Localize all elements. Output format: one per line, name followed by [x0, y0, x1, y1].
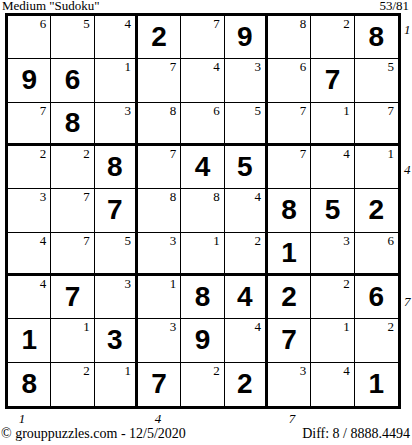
corner-digit: 3	[254, 60, 261, 74]
corner-digit: 2	[83, 364, 90, 378]
cell-r6c3[interactable]: 5	[95, 233, 138, 276]
cell-r7c4[interactable]: 1	[138, 276, 181, 319]
cell-r8c4[interactable]: 3	[138, 319, 181, 362]
cell-r7c7[interactable]: 2	[268, 276, 311, 319]
corner-digit: 2	[254, 234, 261, 248]
cell-r6c4[interactable]: 3	[138, 233, 181, 276]
big-digit: 7	[65, 283, 81, 311]
cell-r7c5[interactable]: 8	[181, 276, 224, 319]
corner-digit: 8	[300, 17, 307, 31]
corner-digit: 8	[170, 104, 177, 118]
cell-r1c7[interactable]: 8	[268, 16, 311, 59]
cell-r5c8[interactable]: 5	[311, 189, 354, 232]
cell-r4c8[interactable]: 4	[311, 146, 354, 189]
cell-r5c7[interactable]: 8	[268, 189, 311, 232]
cell-r1c1[interactable]: 6	[8, 16, 51, 59]
cell-r9c1[interactable]: 8	[8, 363, 51, 406]
cell-r7c3[interactable]: 3	[95, 276, 138, 319]
col-label-1: 1	[16, 411, 28, 427]
cell-r4c7[interactable]: 7	[268, 146, 311, 189]
cell-r2c1[interactable]: 9	[8, 59, 51, 102]
corner-digit: 1	[124, 364, 131, 378]
cell-r7c1[interactable]: 4	[8, 276, 51, 319]
big-digit: 8	[281, 196, 297, 224]
corner-digit: 4	[254, 320, 261, 334]
big-digit: 8	[195, 283, 211, 311]
corner-digit: 7	[300, 104, 307, 118]
big-digit: 6	[369, 283, 385, 311]
cell-r2c2[interactable]: 6	[51, 59, 94, 102]
big-digit: 4	[237, 283, 253, 311]
cell-r7c2[interactable]: 7	[51, 276, 94, 319]
cell-r2c6[interactable]: 3	[225, 59, 268, 102]
corner-digit: 7	[170, 147, 177, 161]
cell-r2c9[interactable]: 5	[355, 59, 398, 102]
cell-r1c3[interactable]: 4	[95, 16, 138, 59]
corner-digit: 2	[40, 147, 47, 161]
corner-digit: 4	[343, 147, 350, 161]
cell-r1c5[interactable]: 7	[181, 16, 224, 59]
col-label-4: 4	[152, 411, 164, 427]
cell-r5c9[interactable]: 2	[355, 189, 398, 232]
big-digit: 7	[281, 326, 297, 354]
corner-digit: 3	[124, 104, 131, 118]
corner-digit: 2	[343, 277, 350, 291]
corner-digit: 2	[213, 364, 220, 378]
cell-r3c9[interactable]: 7	[355, 103, 398, 146]
corner-digit: 5	[254, 104, 261, 118]
cell-r6c2[interactable]: 7	[51, 233, 94, 276]
cell-r2c7[interactable]: 6	[268, 59, 311, 102]
cell-r5c6[interactable]: 4	[225, 189, 268, 232]
cell-r4c1[interactable]: 2	[8, 146, 51, 189]
progress-counter: 53/81	[379, 0, 409, 14]
cell-r8c1[interactable]: 1	[8, 319, 51, 362]
cell-r8c7[interactable]: 7	[268, 319, 311, 362]
cell-r3c1[interactable]: 7	[8, 103, 51, 146]
big-digit: 1	[21, 326, 37, 354]
corner-digit: 4	[40, 234, 47, 248]
corner-digit: 3	[170, 320, 177, 334]
cell-r1c2[interactable]: 5	[51, 16, 94, 59]
big-digit: 7	[107, 196, 123, 224]
corner-digit: 7	[300, 147, 307, 161]
corner-digit: 5	[124, 234, 131, 248]
row-label-1: 1	[404, 22, 412, 38]
corner-digit: 3	[124, 277, 131, 291]
cell-r1c9[interactable]: 8	[355, 16, 398, 59]
row-label-4: 4	[404, 162, 412, 178]
cell-r4c5[interactable]: 4	[181, 146, 224, 189]
corner-digit: 7	[170, 60, 177, 74]
corner-digit: 1	[213, 234, 220, 248]
cell-r3c2[interactable]: 8	[51, 103, 94, 146]
cell-r7c9[interactable]: 6	[355, 276, 398, 319]
cell-r2c8[interactable]: 7	[311, 59, 354, 102]
big-digit: 7	[325, 66, 341, 94]
big-digit: 8	[65, 109, 81, 137]
cell-r5c4[interactable]: 8	[138, 189, 181, 232]
cell-r5c1[interactable]: 3	[8, 189, 51, 232]
cell-r5c5[interactable]: 8	[181, 189, 224, 232]
big-digit: 6	[65, 66, 81, 94]
cell-r3c6[interactable]: 5	[225, 103, 268, 146]
big-digit: 2	[369, 196, 385, 224]
cell-r3c5[interactable]: 6	[181, 103, 224, 146]
cell-r8c9[interactable]: 2	[355, 319, 398, 362]
cell-r9c3[interactable]: 1	[95, 363, 138, 406]
big-digit: 1	[369, 370, 385, 398]
cell-r9c7[interactable]: 3	[268, 363, 311, 406]
cell-r8c6[interactable]: 4	[225, 319, 268, 362]
corner-digit: 7	[83, 234, 90, 248]
cell-r6c5[interactable]: 1	[181, 233, 224, 276]
corner-digit: 8	[213, 190, 220, 204]
corner-digit: 4	[213, 60, 220, 74]
corner-digit: 2	[83, 147, 90, 161]
corner-digit: 8	[170, 190, 177, 204]
big-digit: 9	[21, 66, 37, 94]
corner-digit: 1	[343, 320, 350, 334]
big-digit: 9	[237, 23, 253, 51]
cell-r1c4[interactable]: 2	[138, 16, 181, 59]
corner-digit: 7	[213, 17, 220, 31]
big-digit: 1	[281, 239, 297, 267]
corner-digit: 6	[300, 60, 307, 74]
corner-digit: 5	[387, 60, 394, 74]
corner-digit: 1	[83, 320, 90, 334]
corner-digit: 2	[343, 17, 350, 31]
corner-digit: 4	[343, 364, 350, 378]
big-digit: 8	[21, 370, 37, 398]
copyright-text: © grouppuzzles.com - 12/5/2020	[1, 426, 186, 442]
cell-r9c5[interactable]: 2	[181, 363, 224, 406]
big-digit: 7	[151, 370, 167, 398]
big-digit: 2	[151, 23, 167, 51]
big-digit: 5	[237, 153, 253, 181]
cell-r9c2[interactable]: 2	[51, 363, 94, 406]
cell-r4c6[interactable]: 5	[225, 146, 268, 189]
cell-r2c4[interactable]: 7	[138, 59, 181, 102]
corner-digit: 4	[40, 277, 47, 291]
cell-r1c8[interactable]: 2	[311, 16, 354, 59]
corner-digit: 3	[300, 364, 307, 378]
corner-digit: 6	[213, 104, 220, 118]
big-digit: 3	[107, 326, 123, 354]
cell-r8c2[interactable]: 1	[51, 319, 94, 362]
big-digit: 9	[195, 326, 211, 354]
big-digit: 8	[369, 23, 385, 51]
cell-r7c8[interactable]: 2	[311, 276, 354, 319]
corner-digit: 7	[83, 190, 90, 204]
col-label-7: 7	[286, 411, 298, 427]
corner-digit: 1	[124, 60, 131, 74]
cell-r9c8[interactable]: 4	[311, 363, 354, 406]
cell-r9c6[interactable]: 2	[225, 363, 268, 406]
big-digit: 2	[281, 283, 297, 311]
cell-r2c5[interactable]: 4	[181, 59, 224, 102]
cell-r4c2[interactable]: 2	[51, 146, 94, 189]
difficulty-text: Diff: 8 / 8888.4494	[302, 426, 410, 442]
corner-digit: 3	[40, 190, 47, 204]
corner-digit: 7	[387, 104, 394, 118]
corner-digit: 3	[343, 234, 350, 248]
cell-r6c8[interactable]: 3	[311, 233, 354, 276]
big-digit: 2	[237, 370, 253, 398]
corner-digit: 1	[343, 104, 350, 118]
cell-r2c3[interactable]: 1	[95, 59, 138, 102]
big-digit: 4	[195, 153, 211, 181]
corner-digit: 2	[387, 320, 394, 334]
corner-digit: 3	[170, 234, 177, 248]
cell-r1c6[interactable]: 9	[225, 16, 268, 59]
corner-digit: 4	[254, 190, 261, 204]
cell-r8c5[interactable]: 9	[181, 319, 224, 362]
corner-digit: 5	[83, 17, 90, 31]
corner-digit: 6	[40, 17, 47, 31]
cell-r5c3[interactable]: 7	[95, 189, 138, 232]
cell-r3c7[interactable]: 7	[268, 103, 311, 146]
cell-r3c3[interactable]: 3	[95, 103, 138, 146]
cell-r3c4[interactable]: 8	[138, 103, 181, 146]
cell-r3c8[interactable]: 1	[311, 103, 354, 146]
cell-r4c9[interactable]: 1	[355, 146, 398, 189]
corner-digit: 7	[40, 104, 47, 118]
cell-r6c9[interactable]: 6	[355, 233, 398, 276]
puzzle-title: Medium "Sudoku"	[2, 0, 100, 14]
corner-digit: 1	[387, 147, 394, 161]
cell-r6c6[interactable]: 2	[225, 233, 268, 276]
cell-r4c4[interactable]: 7	[138, 146, 181, 189]
big-digit: 5	[325, 196, 341, 224]
row-label-7: 7	[404, 294, 412, 310]
sudoku-board: 6542798289617436757838657172287457413778…	[5, 13, 401, 409]
cell-r8c3[interactable]: 3	[95, 319, 138, 362]
cell-r9c4[interactable]: 7	[138, 363, 181, 406]
big-digit: 8	[107, 153, 123, 181]
cell-r6c7[interactable]: 1	[268, 233, 311, 276]
cell-r7c6[interactable]: 4	[225, 276, 268, 319]
corner-digit: 6	[387, 234, 394, 248]
cell-r4c3[interactable]: 8	[95, 146, 138, 189]
corner-digit: 1	[170, 277, 177, 291]
cell-r9c9[interactable]: 1	[355, 363, 398, 406]
cell-r8c8[interactable]: 1	[311, 319, 354, 362]
corner-digit: 4	[124, 17, 131, 31]
cell-r6c1[interactable]: 4	[8, 233, 51, 276]
cell-r5c2[interactable]: 7	[51, 189, 94, 232]
